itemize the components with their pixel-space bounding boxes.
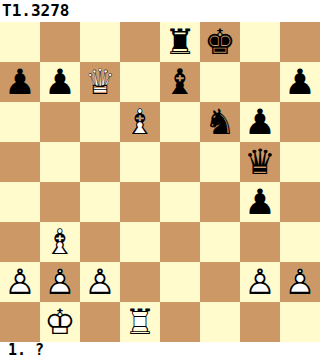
black-pawn: ♟ bbox=[40, 62, 80, 102]
chess-board: ♜♚♟♟♛♕♝♟♝♗♞♟♛♟♝♗♟♙♟♙♟♙♟♙♟♙♚♔♜♖ bbox=[0, 22, 320, 342]
black-pawn: ♟ bbox=[280, 62, 320, 102]
white-pawn: ♟♙ bbox=[0, 262, 40, 302]
square-h6[interactable] bbox=[280, 102, 320, 142]
square-d6[interactable]: ♝♗ bbox=[120, 102, 160, 142]
square-f5[interactable] bbox=[200, 142, 240, 182]
square-e1[interactable] bbox=[160, 302, 200, 342]
square-b6[interactable] bbox=[40, 102, 80, 142]
square-h3[interactable] bbox=[280, 222, 320, 262]
square-b7[interactable]: ♟ bbox=[40, 62, 80, 102]
square-f1[interactable] bbox=[200, 302, 240, 342]
square-b8[interactable] bbox=[40, 22, 80, 62]
black-rook: ♜ bbox=[160, 22, 200, 62]
square-f6[interactable]: ♞ bbox=[200, 102, 240, 142]
square-c1[interactable] bbox=[80, 302, 120, 342]
square-a2[interactable]: ♟♙ bbox=[0, 262, 40, 302]
square-b1[interactable]: ♚♔ bbox=[40, 302, 80, 342]
square-c5[interactable] bbox=[80, 142, 120, 182]
square-b3[interactable]: ♝♗ bbox=[40, 222, 80, 262]
black-knight: ♞ bbox=[200, 102, 240, 142]
square-c7[interactable]: ♛♕ bbox=[80, 62, 120, 102]
square-f8[interactable]: ♚ bbox=[200, 22, 240, 62]
square-e2[interactable] bbox=[160, 262, 200, 302]
square-h8[interactable] bbox=[280, 22, 320, 62]
square-c6[interactable] bbox=[80, 102, 120, 142]
square-g5[interactable]: ♛ bbox=[240, 142, 280, 182]
black-bishop: ♝ bbox=[160, 62, 200, 102]
square-g3[interactable] bbox=[240, 222, 280, 262]
square-b4[interactable] bbox=[40, 182, 80, 222]
square-a6[interactable] bbox=[0, 102, 40, 142]
white-pawn: ♟♙ bbox=[240, 262, 280, 302]
white-king: ♚♔ bbox=[40, 302, 80, 342]
square-h4[interactable] bbox=[280, 182, 320, 222]
square-e6[interactable] bbox=[160, 102, 200, 142]
square-a7[interactable]: ♟ bbox=[0, 62, 40, 102]
square-g2[interactable]: ♟♙ bbox=[240, 262, 280, 302]
square-g8[interactable] bbox=[240, 22, 280, 62]
square-a3[interactable] bbox=[0, 222, 40, 262]
square-h2[interactable]: ♟♙ bbox=[280, 262, 320, 302]
black-pawn: ♟ bbox=[240, 102, 280, 142]
white-queen: ♛♕ bbox=[80, 62, 120, 102]
square-d4[interactable] bbox=[120, 182, 160, 222]
square-e7[interactable]: ♝ bbox=[160, 62, 200, 102]
square-h5[interactable] bbox=[280, 142, 320, 182]
black-king: ♚ bbox=[200, 22, 240, 62]
square-g1[interactable] bbox=[240, 302, 280, 342]
white-bishop: ♝♗ bbox=[40, 222, 80, 262]
square-g7[interactable] bbox=[240, 62, 280, 102]
move-prompt: 1. ? bbox=[0, 342, 320, 360]
square-a8[interactable] bbox=[0, 22, 40, 62]
square-e3[interactable] bbox=[160, 222, 200, 262]
white-pawn: ♟♙ bbox=[80, 262, 120, 302]
black-pawn: ♟ bbox=[0, 62, 40, 102]
square-d8[interactable] bbox=[120, 22, 160, 62]
square-e8[interactable]: ♜ bbox=[160, 22, 200, 62]
square-b5[interactable] bbox=[40, 142, 80, 182]
black-pawn: ♟ bbox=[240, 182, 280, 222]
square-a5[interactable] bbox=[0, 142, 40, 182]
square-c3[interactable] bbox=[80, 222, 120, 262]
square-d2[interactable] bbox=[120, 262, 160, 302]
white-pawn: ♟♙ bbox=[40, 262, 80, 302]
white-rook: ♜♖ bbox=[120, 302, 160, 342]
square-d7[interactable] bbox=[120, 62, 160, 102]
square-f7[interactable] bbox=[200, 62, 240, 102]
white-pawn: ♟♙ bbox=[280, 262, 320, 302]
square-f2[interactable] bbox=[200, 262, 240, 302]
puzzle-id: T1.3278 bbox=[0, 0, 320, 22]
square-b2[interactable]: ♟♙ bbox=[40, 262, 80, 302]
square-g4[interactable]: ♟ bbox=[240, 182, 280, 222]
square-a1[interactable] bbox=[0, 302, 40, 342]
square-c2[interactable]: ♟♙ bbox=[80, 262, 120, 302]
square-g6[interactable]: ♟ bbox=[240, 102, 280, 142]
square-c4[interactable] bbox=[80, 182, 120, 222]
square-e5[interactable] bbox=[160, 142, 200, 182]
black-queen: ♛ bbox=[240, 142, 280, 182]
square-d3[interactable] bbox=[120, 222, 160, 262]
square-d5[interactable] bbox=[120, 142, 160, 182]
white-bishop: ♝♗ bbox=[120, 102, 160, 142]
square-a4[interactable] bbox=[0, 182, 40, 222]
square-h1[interactable] bbox=[280, 302, 320, 342]
square-d1[interactable]: ♜♖ bbox=[120, 302, 160, 342]
square-c8[interactable] bbox=[80, 22, 120, 62]
square-f3[interactable] bbox=[200, 222, 240, 262]
square-h7[interactable]: ♟ bbox=[280, 62, 320, 102]
chess-puzzle-app: T1.3278 ♜♚♟♟♛♕♝♟♝♗♞♟♛♟♝♗♟♙♟♙♟♙♟♙♟♙♚♔♜♖ 1… bbox=[0, 0, 320, 360]
square-e4[interactable] bbox=[160, 182, 200, 222]
square-f4[interactable] bbox=[200, 182, 240, 222]
